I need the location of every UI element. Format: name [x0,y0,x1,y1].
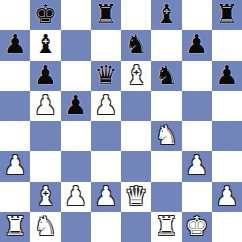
square-g2[interactable] [182,182,212,212]
square-e5[interactable] [121,91,151,121]
square-c7[interactable] [61,30,91,60]
square-h6[interactable]: ♟ [212,61,242,91]
square-a4[interactable] [0,121,30,151]
square-f2[interactable] [151,182,181,212]
white-pawn-piece[interactable]: ♟ [64,183,87,209]
square-h1[interactable] [212,212,242,242]
black-pawn-piece[interactable]: ♟ [34,62,57,88]
white-pawn-piece[interactable]: ♟ [94,92,117,118]
square-e3[interactable] [121,151,151,181]
square-e2[interactable]: ♛ [121,182,151,212]
square-f4[interactable]: ♞ [151,121,181,151]
square-c5[interactable]: ♟ [61,91,91,121]
square-c6[interactable] [61,61,91,91]
square-d8[interactable]: ♜ [91,0,121,30]
square-d3[interactable] [91,151,121,181]
square-f5[interactable] [151,91,181,121]
square-b5[interactable]: ♟ [30,91,60,121]
chess-board: ♚♜♝♜♟♝♞♟♟♛♝♞♟♟♟♟♞♟♟♝♟♟♛♟♜♞♜♚ [0,0,242,242]
square-f6[interactable]: ♞ [151,61,181,91]
black-pawn-piece[interactable]: ♟ [185,31,208,57]
square-c2[interactable]: ♟ [61,182,91,212]
square-d1[interactable] [91,212,121,242]
square-b8[interactable]: ♚ [30,0,60,30]
square-f3[interactable] [151,151,181,181]
square-a5[interactable] [0,91,30,121]
white-pawn-piece[interactable]: ♟ [94,183,117,209]
square-e8[interactable] [121,0,151,30]
square-g8[interactable] [182,0,212,30]
square-g4[interactable] [182,121,212,151]
square-d5[interactable]: ♟ [91,91,121,121]
black-queen-piece[interactable]: ♛ [94,62,117,88]
square-f1[interactable]: ♜ [151,212,181,242]
square-c4[interactable] [61,121,91,151]
square-e6[interactable]: ♝ [121,61,151,91]
square-d2[interactable]: ♟ [91,182,121,212]
square-b2[interactable]: ♝ [30,182,60,212]
square-h3[interactable] [212,151,242,181]
square-h7[interactable] [212,30,242,60]
square-b7[interactable]: ♝ [30,30,60,60]
white-knight-piece[interactable]: ♞ [155,122,178,148]
square-h4[interactable] [212,121,242,151]
white-rook-piece[interactable]: ♜ [155,213,178,239]
black-pawn-piece[interactable]: ♟ [215,62,238,88]
square-e7[interactable]: ♞ [121,30,151,60]
square-e1[interactable] [121,212,151,242]
square-d6[interactable]: ♛ [91,61,121,91]
white-bishop-piece[interactable]: ♝ [124,62,147,88]
white-pawn-piece[interactable]: ♟ [185,152,208,178]
black-bishop-piece[interactable]: ♝ [34,31,57,57]
square-a8[interactable] [0,0,30,30]
black-knight-piece[interactable]: ♞ [124,31,147,57]
square-h5[interactable] [212,91,242,121]
square-g1[interactable]: ♚ [182,212,212,242]
square-b3[interactable] [30,151,60,181]
square-c3[interactable] [61,151,91,181]
white-bishop-piece[interactable]: ♝ [34,183,57,209]
black-knight-piece[interactable]: ♞ [155,62,178,88]
square-g3[interactable]: ♟ [182,151,212,181]
black-rook-piece[interactable]: ♜ [94,1,117,27]
white-knight-piece[interactable]: ♞ [34,213,57,239]
square-d4[interactable] [91,121,121,151]
white-pawn-piece[interactable]: ♟ [34,92,57,118]
square-e4[interactable] [121,121,151,151]
square-d7[interactable] [91,30,121,60]
square-a7[interactable]: ♟ [0,30,30,60]
square-f8[interactable]: ♝ [151,0,181,30]
square-a2[interactable] [0,182,30,212]
square-g6[interactable] [182,61,212,91]
white-queen-piece[interactable]: ♛ [124,183,147,209]
square-a6[interactable] [0,61,30,91]
square-b6[interactable]: ♟ [30,61,60,91]
square-a3[interactable]: ♟ [0,151,30,181]
black-king-piece[interactable]: ♚ [34,1,57,27]
white-pawn-piece[interactable]: ♟ [3,152,26,178]
white-pawn-piece[interactable]: ♟ [215,183,238,209]
square-g7[interactable]: ♟ [182,30,212,60]
square-h8[interactable]: ♜ [212,0,242,30]
square-h2[interactable]: ♟ [212,182,242,212]
black-rook-piece[interactable]: ♜ [215,1,238,27]
square-f7[interactable] [151,30,181,60]
black-bishop-piece[interactable]: ♝ [155,1,178,27]
square-c8[interactable] [61,0,91,30]
square-b1[interactable]: ♞ [30,212,60,242]
square-g5[interactable] [182,91,212,121]
black-pawn-piece[interactable]: ♟ [64,92,87,118]
square-c1[interactable] [61,212,91,242]
black-pawn-piece[interactable]: ♟ [3,31,26,57]
square-a1[interactable]: ♜ [0,212,30,242]
white-king-piece[interactable]: ♚ [185,213,208,239]
white-rook-piece[interactable]: ♜ [3,213,26,239]
square-b4[interactable] [30,121,60,151]
